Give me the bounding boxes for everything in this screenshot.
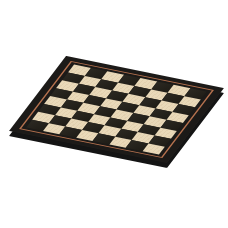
chessboard-product-photo: [0, 0, 228, 228]
chess-board: [9, 56, 224, 163]
